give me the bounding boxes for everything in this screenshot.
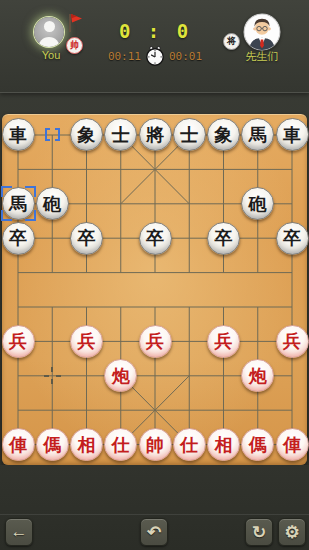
piece-black-advisor[interactable]: 士 xyxy=(104,118,137,151)
first-move-flag-icon xyxy=(66,12,84,34)
board-point-3-9[interactable]: 仕 xyxy=(104,427,138,461)
piece-red-elephant[interactable]: 相 xyxy=(70,428,103,461)
piece-red-chariot[interactable]: 俥 xyxy=(2,428,35,461)
footer-divider xyxy=(0,514,309,515)
board-point-0-2[interactable]: 馬 xyxy=(1,187,35,221)
board-point-7-2[interactable]: 砲 xyxy=(241,187,275,221)
board-point-8-6[interactable]: 兵 xyxy=(275,324,309,358)
board-point-7-7[interactable]: 炮 xyxy=(241,359,275,393)
crosshair-marker xyxy=(44,367,61,384)
restart-button[interactable]: ↻ xyxy=(245,518,273,546)
piece-black-elephant[interactable]: 象 xyxy=(70,118,103,151)
piece-red-soldier[interactable]: 兵 xyxy=(276,325,309,358)
board-point-6-6[interactable]: 兵 xyxy=(206,324,240,358)
match-header: 帅 You 0 : 0 00:11 00:01 将 xyxy=(0,0,309,93)
piece-black-horse[interactable]: 馬 xyxy=(241,118,274,151)
settings-icon: ⚙ xyxy=(284,522,299,543)
right-timer: 00:01 xyxy=(169,50,202,63)
board-point-0-3[interactable]: 卒 xyxy=(1,221,35,255)
board-point-0-6[interactable]: 兵 xyxy=(1,324,35,358)
board-point-4-0[interactable]: 將 xyxy=(138,118,172,152)
piece-red-advisor[interactable]: 仕 xyxy=(104,428,137,461)
board-point-1-0[interactable] xyxy=(35,118,69,152)
piece-red-general[interactable]: 帥 xyxy=(139,428,172,461)
timer-row: 00:11 00:01 xyxy=(95,44,215,68)
piece-red-soldier[interactable]: 兵 xyxy=(139,325,172,358)
piece-black-soldier[interactable]: 卒 xyxy=(276,222,309,255)
score-display: 0 : 0 xyxy=(104,20,206,42)
right-player-avatar[interactable] xyxy=(243,13,281,51)
board-point-1-2[interactable]: 砲 xyxy=(35,187,69,221)
left-timer: 00:11 xyxy=(108,50,141,63)
piece-red-soldier[interactable]: 兵 xyxy=(2,325,35,358)
piece-black-advisor[interactable]: 士 xyxy=(173,118,206,151)
board-point-6-9[interactable]: 相 xyxy=(206,427,240,461)
board-point-0-0[interactable]: 車 xyxy=(1,118,35,152)
board-point-3-0[interactable]: 士 xyxy=(104,118,138,152)
board-point-1-9[interactable]: 傌 xyxy=(35,427,69,461)
piece-black-soldier[interactable]: 卒 xyxy=(2,222,35,255)
board-point-1-7[interactable] xyxy=(35,359,69,393)
piece-layer: 車象士將士象馬車馬砲砲卒卒卒卒卒兵兵兵兵兵炮炮俥傌相仕帥仕相傌俥 xyxy=(1,118,309,462)
board-point-4-9[interactable]: 帥 xyxy=(138,427,172,461)
piece-red-advisor[interactable]: 仕 xyxy=(173,428,206,461)
piece-red-cannon[interactable]: 炮 xyxy=(104,359,137,392)
board-point-2-6[interactable]: 兵 xyxy=(69,324,103,358)
piece-red-cannon[interactable]: 炮 xyxy=(241,359,274,392)
restart-icon: ↻ xyxy=(252,522,266,543)
right-side-badge: 将 xyxy=(223,33,240,50)
board-point-5-9[interactable]: 仕 xyxy=(172,427,206,461)
clock-icon xyxy=(144,45,166,67)
piece-red-horse[interactable]: 傌 xyxy=(241,428,274,461)
board-point-4-3[interactable]: 卒 xyxy=(138,221,172,255)
undo-button[interactable]: ↶ xyxy=(140,518,168,546)
left-player-name: You xyxy=(24,49,78,61)
app-window: 帅 You 0 : 0 00:11 00:01 将 xyxy=(0,0,309,550)
board-point-8-3[interactable]: 卒 xyxy=(275,221,309,255)
undo-icon: ↶ xyxy=(147,522,161,543)
xiangqi-board[interactable]: 車象士將士象馬車馬砲砲卒卒卒卒卒兵兵兵兵兵炮炮俥傌相仕帥仕相傌俥 xyxy=(2,114,307,465)
board-point-6-3[interactable]: 卒 xyxy=(206,221,240,255)
piece-black-soldier[interactable]: 卒 xyxy=(207,222,240,255)
board-point-8-0[interactable]: 車 xyxy=(275,118,309,152)
piece-black-chariot[interactable]: 車 xyxy=(2,118,35,151)
board-point-4-6[interactable]: 兵 xyxy=(138,324,172,358)
back-button[interactable]: ← xyxy=(5,518,33,546)
piece-black-cannon[interactable]: 砲 xyxy=(36,187,69,220)
piece-black-soldier[interactable]: 卒 xyxy=(139,222,172,255)
board-point-3-7[interactable]: 炮 xyxy=(104,359,138,393)
board-point-6-0[interactable]: 象 xyxy=(206,118,240,152)
piece-black-general[interactable]: 將 xyxy=(139,118,172,151)
board-point-5-0[interactable]: 士 xyxy=(172,118,206,152)
board-point-7-9[interactable]: 傌 xyxy=(241,427,275,461)
last-move-from-marker xyxy=(45,128,60,141)
board-point-2-3[interactable]: 卒 xyxy=(69,221,103,255)
piece-black-elephant[interactable]: 象 xyxy=(207,118,240,151)
settings-button[interactable]: ⚙ xyxy=(278,518,306,546)
board-point-0-9[interactable]: 俥 xyxy=(1,427,35,461)
piece-red-soldier[interactable]: 兵 xyxy=(70,325,103,358)
piece-black-soldier[interactable]: 卒 xyxy=(70,222,103,255)
piece-black-horse[interactable]: 馬 xyxy=(2,187,35,220)
piece-black-cannon[interactable]: 砲 xyxy=(241,187,274,220)
piece-red-chariot[interactable]: 俥 xyxy=(276,428,309,461)
piece-red-horse[interactable]: 傌 xyxy=(36,428,69,461)
board-point-7-0[interactable]: 馬 xyxy=(241,118,275,152)
piece-black-chariot[interactable]: 車 xyxy=(276,118,309,151)
back-icon: ← xyxy=(11,522,28,542)
board-point-2-0[interactable]: 象 xyxy=(69,118,103,152)
piece-red-soldier[interactable]: 兵 xyxy=(207,325,240,358)
board-point-8-9[interactable]: 俥 xyxy=(275,427,309,461)
right-player-name: 先生们 xyxy=(228,49,296,64)
left-player-avatar[interactable] xyxy=(34,17,64,47)
board-point-2-9[interactable]: 相 xyxy=(69,427,103,461)
piece-red-elephant[interactable]: 相 xyxy=(207,428,240,461)
